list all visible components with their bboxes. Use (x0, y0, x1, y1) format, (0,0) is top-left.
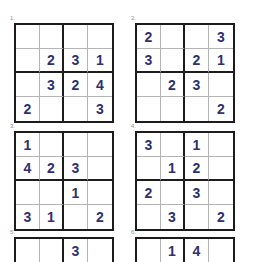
cell-r3c1[interactable] (16, 181, 40, 205)
cell-r1c1[interactable] (16, 239, 40, 262)
cell-r1c3[interactable] (64, 133, 88, 157)
cell-r1c3[interactable] (64, 25, 88, 49)
cell-r4c1[interactable]: 2 (16, 97, 40, 121)
cell-r3c4[interactable] (88, 181, 112, 205)
cell-r3c3[interactable]: 1 (64, 181, 88, 205)
cell-r1c2[interactable] (161, 133, 185, 157)
cell-r2c2[interactable] (161, 49, 185, 73)
puzzle-6-label: 6. (131, 228, 235, 237)
cell-r3c1[interactable]: 2 (137, 181, 161, 205)
cell-r3c4[interactable] (209, 181, 233, 205)
cell-r4c3[interactable] (185, 205, 209, 229)
puzzle-4-label: 4. (131, 122, 235, 131)
cell-r3c2[interactable] (161, 181, 185, 205)
sudoku-board-5: 3 (14, 237, 114, 262)
cell-r1c3[interactable] (185, 25, 209, 49)
cell-r2c1[interactable]: 3 (137, 49, 161, 73)
cell-r1c4[interactable]: 3 (209, 25, 233, 49)
cell-r2c3[interactable]: 2 (185, 49, 209, 73)
cell-r4c3[interactable] (64, 97, 88, 121)
cell-r4c1[interactable] (137, 205, 161, 229)
cell-r1c4[interactable] (209, 133, 233, 157)
cell-r4c4[interactable]: 3 (88, 97, 112, 121)
cell-r2c4[interactable]: 1 (88, 49, 112, 73)
cell-r3c2[interactable]: 3 (40, 73, 64, 97)
cell-r1c1[interactable]: 1 (16, 133, 40, 157)
sudoku-board-4: 31122332 (135, 131, 235, 231)
cell-r3c1[interactable] (137, 73, 161, 97)
cell-r2c2[interactable]: 2 (40, 157, 64, 181)
cell-r2c3[interactable]: 3 (64, 49, 88, 73)
puzzle-6: 6. 14 (135, 228, 235, 262)
cell-r2c1[interactable] (137, 157, 161, 181)
cell-r1c2[interactable] (161, 25, 185, 49)
puzzle-1-label: 1. (10, 14, 114, 23)
cell-r2c4[interactable] (209, 157, 233, 181)
cell-r3c4[interactable]: 4 (88, 73, 112, 97)
cell-r3c1[interactable] (16, 73, 40, 97)
cell-r2c1[interactable] (16, 49, 40, 73)
cell-r1c3[interactable]: 1 (185, 133, 209, 157)
puzzle-5-label: 5. (10, 228, 114, 237)
cell-r3c4[interactable] (209, 73, 233, 97)
cell-r1c2[interactable]: 1 (161, 239, 185, 262)
cell-r2c2[interactable]: 1 (161, 157, 185, 181)
sudoku-board-1: 23132423 (14, 23, 114, 123)
cell-r3c3[interactable]: 2 (64, 73, 88, 97)
cell-r1c1[interactable]: 3 (137, 133, 161, 157)
cell-r3c3[interactable]: 3 (185, 73, 209, 97)
puzzle-4: 4. 31122332 (135, 122, 235, 231)
cell-r2c4[interactable] (88, 157, 112, 181)
cell-r1c1[interactable]: 2 (137, 25, 161, 49)
cell-r1c4[interactable] (88, 25, 112, 49)
cell-r1c3[interactable]: 4 (185, 239, 209, 262)
sudoku-worksheet-page: { "game": "sudoku", "variant": "4x4 with… (0, 0, 262, 262)
puzzle-1: 1. 23132423 (14, 14, 114, 123)
cell-r3c2[interactable] (40, 181, 64, 205)
puzzle-3-label: 3. (10, 122, 114, 131)
cell-r4c4[interactable]: 2 (88, 205, 112, 229)
cell-r4c1[interactable]: 3 (16, 205, 40, 229)
cell-r1c2[interactable] (40, 239, 64, 262)
cell-r4c2[interactable] (40, 97, 64, 121)
cell-r2c3[interactable]: 3 (64, 157, 88, 181)
puzzle-3: 3. 14231312 (14, 122, 114, 231)
cell-r4c1[interactable] (137, 97, 161, 121)
cell-r2c1[interactable]: 4 (16, 157, 40, 181)
cell-r3c3[interactable]: 3 (185, 181, 209, 205)
cell-r2c2[interactable]: 2 (40, 49, 64, 73)
cell-r2c3[interactable]: 2 (185, 157, 209, 181)
cell-r1c3[interactable]: 3 (64, 239, 88, 262)
puzzle-2-label: 2. (131, 14, 235, 23)
puzzle-5: 5. 3 (14, 228, 114, 262)
cell-r4c3[interactable] (64, 205, 88, 229)
cell-r4c3[interactable] (185, 97, 209, 121)
cell-r4c4[interactable]: 2 (209, 97, 233, 121)
cell-r2c4[interactable]: 1 (209, 49, 233, 73)
cell-r1c1[interactable] (16, 25, 40, 49)
cell-r4c2[interactable]: 1 (40, 205, 64, 229)
cell-r1c2[interactable] (40, 25, 64, 49)
sudoku-board-3: 14231312 (14, 131, 114, 231)
cell-r1c2[interactable] (40, 133, 64, 157)
cell-r1c1[interactable] (137, 239, 161, 262)
cell-r4c2[interactable]: 3 (161, 205, 185, 229)
cell-r1c4[interactable] (88, 239, 112, 262)
cell-r1c4[interactable] (88, 133, 112, 157)
sudoku-board-2: 23321232 (135, 23, 235, 123)
cell-r4c4[interactable]: 2 (209, 205, 233, 229)
puzzle-2: 2. 23321232 (135, 14, 235, 123)
sudoku-board-6: 14 (135, 237, 235, 262)
cell-r1c4[interactable] (209, 239, 233, 262)
cell-r4c2[interactable] (161, 97, 185, 121)
cell-r3c2[interactable]: 2 (161, 73, 185, 97)
